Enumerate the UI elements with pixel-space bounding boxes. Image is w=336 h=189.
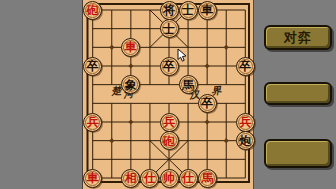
piece-red-仕[interactable]: 仕: [179, 169, 198, 188]
piece-black-卒[interactable]: 卒: [236, 57, 255, 76]
piece-red-帅[interactable]: 帅: [160, 169, 179, 188]
piece-black-士[interactable]: 士: [160, 19, 179, 38]
piece-red-馬[interactable]: 馬: [198, 169, 217, 188]
piece-red-兵[interactable]: 兵: [236, 113, 255, 132]
blank-button-2[interactable]: [264, 139, 332, 168]
piece-black-炮[interactable]: 炮: [236, 131, 255, 150]
piece-black-将[interactable]: 将: [160, 1, 179, 20]
piece-red-相[interactable]: 相: [121, 169, 140, 188]
piece-red-砲[interactable]: 砲: [83, 1, 102, 20]
xiangqi-board[interactable]: 楚河汉界 砲将士車士車卒卒卒象馬卒兵兵兵砲炮車相仕帅仕馬: [82, 0, 254, 189]
piece-red-兵[interactable]: 兵: [160, 113, 179, 132]
piece-black-卒[interactable]: 卒: [83, 57, 102, 76]
piece-red-兵[interactable]: 兵: [83, 113, 102, 132]
piece-black-車[interactable]: 車: [198, 1, 217, 20]
piece-red-車[interactable]: 車: [83, 169, 102, 188]
piece-black-卒[interactable]: 卒: [160, 57, 179, 76]
play-button[interactable]: 对弈: [264, 25, 332, 50]
piece-black-卒[interactable]: 卒: [198, 94, 217, 113]
piece-black-士[interactable]: 士: [179, 1, 198, 20]
blank-button-1[interactable]: [264, 82, 332, 105]
piece-red-仕[interactable]: 仕: [140, 169, 159, 188]
piece-red-砲[interactable]: 砲: [160, 131, 179, 150]
piece-black-馬[interactable]: 馬: [179, 75, 198, 94]
